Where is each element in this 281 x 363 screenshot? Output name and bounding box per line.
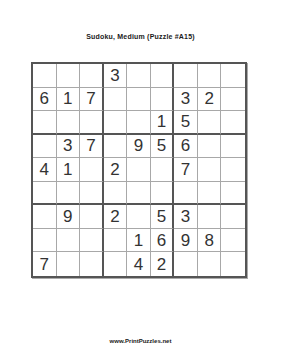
cell-r4c5: 9: [127, 135, 151, 159]
cell-r9c5: 4: [127, 252, 151, 276]
cell-r4c1: [33, 135, 57, 159]
cell-r8c6: 6: [151, 229, 175, 253]
cell-r9c7: [174, 252, 198, 276]
cell-r6c5: [127, 182, 151, 206]
cell-r6c6: [151, 182, 175, 206]
cell-r5c1: 4: [33, 158, 57, 182]
cell-r8c7: 9: [174, 229, 198, 253]
cell-r1c9: [221, 64, 245, 88]
cell-r6c7: [174, 182, 198, 206]
cell-r7c1: [33, 205, 57, 229]
cell-r2c9: [221, 88, 245, 112]
cell-r6c2: [57, 182, 81, 206]
cell-r6c9: [221, 182, 245, 206]
cell-r4c9: [221, 135, 245, 159]
cell-r5c7: 7: [174, 158, 198, 182]
cell-r8c9: [221, 229, 245, 253]
cell-r2c1: 6: [33, 88, 57, 112]
footer-url: www.PrintPuzzles.net: [0, 338, 281, 344]
puzzle-page: Sudoku, Medium (Puzzle #A15) 36173215379…: [0, 0, 281, 363]
cell-r3c4: [104, 111, 128, 135]
cell-r6c3: [80, 182, 104, 206]
cell-r5c2: 1: [57, 158, 81, 182]
cell-r8c4: [104, 229, 128, 253]
cell-r2c7: 3: [174, 88, 198, 112]
cell-r3c3: [80, 111, 104, 135]
cell-r1c6: [151, 64, 175, 88]
cell-r7c9: [221, 205, 245, 229]
cell-r5c9: [221, 158, 245, 182]
cell-r8c8: 8: [198, 229, 222, 253]
cell-r9c4: [104, 252, 128, 276]
cell-r8c1: [33, 229, 57, 253]
cell-r3c9: [221, 111, 245, 135]
cell-r5c4: 2: [104, 158, 128, 182]
cell-r3c5: [127, 111, 151, 135]
cell-r9c1: 7: [33, 252, 57, 276]
cell-r7c5: [127, 205, 151, 229]
cell-r5c5: [127, 158, 151, 182]
cell-r3c6: 1: [151, 111, 175, 135]
cell-r9c3: [80, 252, 104, 276]
cell-r1c4: 3: [104, 64, 128, 88]
cell-r1c7: [174, 64, 198, 88]
cell-r7c7: 3: [174, 205, 198, 229]
cell-r7c6: 5: [151, 205, 175, 229]
cell-r4c4: [104, 135, 128, 159]
cell-r7c2: 9: [57, 205, 81, 229]
cell-r2c6: [151, 88, 175, 112]
cell-r9c2: [57, 252, 81, 276]
cell-r5c3: [80, 158, 104, 182]
cell-r8c5: 1: [127, 229, 151, 253]
cell-r4c6: 5: [151, 135, 175, 159]
cell-r6c8: [198, 182, 222, 206]
cell-r6c1: [33, 182, 57, 206]
cell-r5c6: [151, 158, 175, 182]
cell-r3c1: [33, 111, 57, 135]
cell-r8c3: [80, 229, 104, 253]
cell-r3c7: 5: [174, 111, 198, 135]
cell-r2c5: [127, 88, 151, 112]
cell-r5c8: [198, 158, 222, 182]
page-title: Sudoku, Medium (Puzzle #A15): [0, 33, 281, 40]
cell-r7c8: [198, 205, 222, 229]
cell-r9c6: 2: [151, 252, 175, 276]
cell-r1c2: [57, 64, 81, 88]
cell-r2c4: [104, 88, 128, 112]
cell-r9c8: [198, 252, 222, 276]
cell-r4c3: 7: [80, 135, 104, 159]
cell-r2c2: 1: [57, 88, 81, 112]
cell-r6c4: [104, 182, 128, 206]
cell-r3c8: [198, 111, 222, 135]
cell-r2c8: 2: [198, 88, 222, 112]
cell-r3c2: [57, 111, 81, 135]
cell-r4c7: 6: [174, 135, 198, 159]
cell-r7c3: [80, 205, 104, 229]
cell-r1c8: [198, 64, 222, 88]
cell-r4c8: [198, 135, 222, 159]
cell-r1c3: [80, 64, 104, 88]
cell-r9c9: [221, 252, 245, 276]
cell-r1c5: [127, 64, 151, 88]
cell-r2c3: 7: [80, 88, 104, 112]
cell-r7c4: 2: [104, 205, 128, 229]
cell-r4c2: 3: [57, 135, 81, 159]
cell-r1c1: [33, 64, 57, 88]
sudoku-board: 3617321537956412792531698742: [31, 62, 247, 278]
cell-r8c2: [57, 229, 81, 253]
